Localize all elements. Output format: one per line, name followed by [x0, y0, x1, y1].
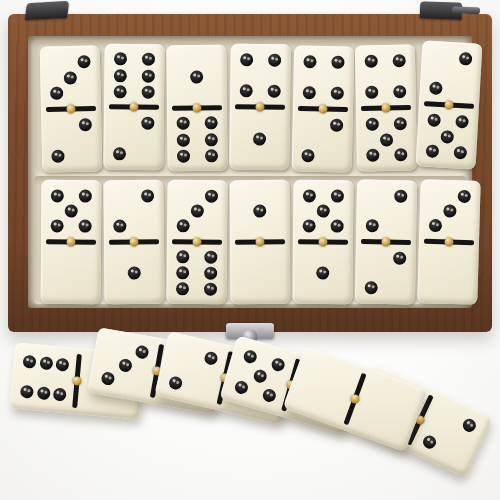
pip: [270, 357, 286, 373]
pip: [141, 117, 154, 130]
domino-tile: [103, 44, 164, 171]
domino-tile: [166, 180, 227, 305]
pip: [253, 204, 266, 217]
pip: [204, 351, 220, 367]
pip: [177, 133, 190, 146]
domino-half: [292, 242, 353, 305]
spinner-pin: [318, 237, 327, 246]
domino-half: [41, 242, 101, 304]
pip: [79, 190, 92, 203]
pip: [330, 219, 343, 232]
domino-half: [417, 241, 479, 305]
spinner-pin: [66, 237, 75, 246]
domino-half: [41, 180, 101, 242]
pip: [240, 84, 253, 97]
spinner-pin: [129, 237, 138, 246]
domino-half: [230, 242, 290, 304]
pip: [204, 116, 217, 129]
pip: [53, 388, 67, 402]
domino-tile: [417, 179, 480, 305]
spinner-pin: [255, 102, 264, 111]
pip: [393, 252, 406, 265]
pip: [331, 56, 344, 69]
pip: [393, 118, 406, 131]
pip: [429, 219, 442, 232]
pip: [316, 266, 329, 279]
pip: [65, 204, 78, 217]
domino-tile: [416, 40, 483, 169]
pip: [205, 149, 218, 162]
domino-tile: [103, 180, 164, 305]
pip: [114, 69, 127, 82]
pip: [205, 133, 218, 146]
pip: [303, 189, 316, 202]
pip: [114, 85, 127, 98]
spinner-pin: [192, 103, 201, 112]
pip: [267, 84, 280, 97]
domino-tile: [166, 45, 227, 172]
pip: [176, 250, 189, 263]
pip: [56, 357, 70, 371]
tray-row-bottom: [41, 180, 479, 304]
pip: [242, 349, 258, 365]
pip: [453, 145, 467, 159]
domino-tile: [229, 44, 291, 171]
case-tray: [28, 36, 472, 308]
domino-tile: [355, 44, 417, 171]
pip: [394, 190, 407, 203]
latch-clasp: [226, 323, 274, 339]
domino-half: [355, 241, 416, 304]
pip: [366, 148, 379, 161]
pip: [77, 55, 90, 68]
domino-half: [104, 44, 165, 108]
pip: [64, 71, 77, 84]
pip: [51, 219, 64, 232]
pip: [50, 86, 63, 99]
pip: [22, 355, 36, 369]
domino-tile: [41, 180, 102, 304]
pip: [52, 149, 65, 162]
pip: [240, 54, 253, 67]
pip: [253, 132, 266, 145]
pip: [366, 219, 379, 232]
pip: [365, 85, 378, 98]
domino-tile: [283, 346, 428, 452]
pip: [317, 204, 330, 217]
domino-half: [416, 103, 479, 169]
pip: [429, 81, 443, 95]
domino-half: [40, 45, 101, 109]
domino-tile: [292, 45, 355, 172]
pip: [167, 375, 183, 391]
pip: [51, 189, 64, 202]
hinge-pin: [452, 6, 480, 14]
domino-tile: [292, 180, 353, 305]
pip: [304, 55, 317, 68]
pip: [191, 204, 204, 217]
pip: [331, 190, 344, 203]
domino-half: [356, 179, 417, 242]
pip: [392, 55, 405, 68]
pip: [365, 281, 378, 294]
pip: [113, 147, 126, 160]
domino-half: [292, 108, 353, 172]
pip: [128, 266, 141, 279]
pip: [141, 189, 154, 202]
domino-half: [104, 242, 165, 305]
domino-half: [166, 45, 227, 109]
domino-set-photo: [0, 0, 500, 500]
pip: [303, 86, 316, 99]
domino-half: [103, 107, 164, 171]
domino-half: [41, 108, 102, 172]
pip: [204, 267, 217, 280]
pip: [427, 114, 441, 128]
domino-half: [293, 180, 354, 243]
pip: [252, 368, 268, 384]
pip: [233, 379, 249, 395]
pip: [302, 149, 315, 162]
pip: [79, 118, 92, 131]
pip: [204, 283, 217, 296]
pip: [457, 190, 470, 203]
pip: [114, 52, 127, 65]
pip: [421, 433, 438, 450]
domino-case: [8, 14, 492, 332]
domino-half: [419, 40, 482, 106]
left-hinge: [25, 1, 69, 20]
pip: [443, 204, 456, 217]
tray-row-top: [41, 44, 479, 170]
domino-half: [293, 45, 354, 109]
pip: [262, 387, 278, 403]
pip: [39, 356, 53, 370]
pip: [205, 190, 218, 203]
domino-tile: [355, 179, 417, 304]
pip: [331, 86, 344, 99]
domino-half: [9, 342, 80, 413]
pip: [78, 219, 91, 232]
domino-half: [355, 44, 416, 108]
pip: [366, 118, 379, 131]
domino-half: [419, 179, 481, 243]
pip: [177, 149, 190, 162]
spinner-pin: [255, 237, 264, 246]
domino-half: [167, 180, 228, 243]
pip: [176, 266, 189, 279]
pip: [141, 85, 154, 98]
pip: [176, 282, 189, 295]
pip: [190, 70, 203, 83]
pip: [380, 133, 393, 146]
pip: [459, 52, 473, 66]
pip: [461, 417, 478, 434]
pip: [394, 148, 407, 161]
pip: [268, 54, 281, 67]
pip: [100, 371, 115, 386]
domino-half: [167, 108, 228, 172]
pip: [303, 219, 316, 232]
pip: [393, 85, 406, 98]
domino-half: [356, 107, 417, 171]
domino-half: [230, 44, 291, 108]
pip: [330, 119, 343, 132]
domino-tile: [40, 45, 103, 172]
pip: [36, 386, 50, 400]
pip: [177, 219, 190, 232]
pip: [365, 55, 378, 68]
right-hinge: [420, 1, 463, 19]
pip: [204, 250, 217, 263]
pip: [19, 385, 33, 399]
pip: [113, 219, 126, 232]
pip: [440, 130, 454, 144]
domino-half: [230, 180, 290, 242]
spinner-pin: [129, 102, 138, 111]
pip: [142, 53, 155, 66]
pip: [142, 69, 155, 82]
domino-half: [229, 107, 290, 171]
domino-half: [103, 180, 164, 243]
domino-tile: [230, 180, 291, 304]
spinner-pin: [192, 237, 201, 246]
pip: [426, 144, 440, 158]
domino-half: [166, 242, 227, 305]
pip: [117, 358, 132, 373]
pip: [455, 115, 469, 129]
pip: [135, 345, 150, 360]
pip: [177, 117, 190, 130]
